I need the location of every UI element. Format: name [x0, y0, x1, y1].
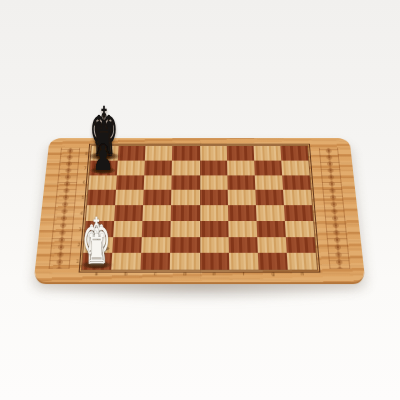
white-rook-a1[interactable]: ♜: [85, 231, 108, 271]
pieces-layer: ♜♞♝♛♚♝♞♜♟♟♟♟♟♟♟♟♟♟♟♟♟♟♟♟♜♞♝♛♚♝♞♜: [0, 0, 400, 400]
black-pawn-a7[interactable]: ♟: [93, 141, 114, 176]
photo-scene: abcdefgh 87654321 ♜♞♝♛♚♝♞♜♟♟♟♟♟♟♟♟♟♟♟♟♟♟…: [0, 0, 400, 400]
